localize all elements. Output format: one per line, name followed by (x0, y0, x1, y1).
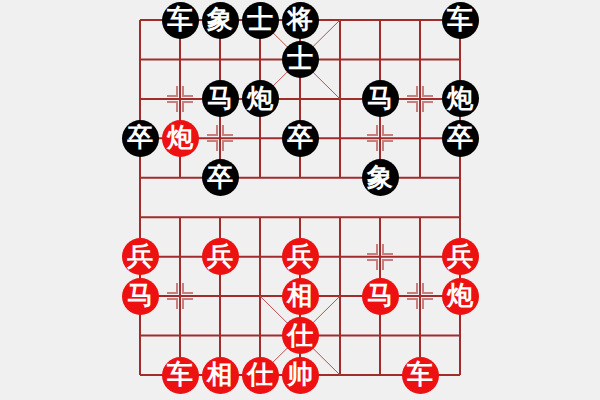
piece-black-horse[interactable]: 马 (202, 80, 239, 117)
star-point-corner (422, 101, 433, 112)
piece-red-soldier[interactable]: 兵 (442, 238, 479, 275)
piece-black-general[interactable]: 将 (282, 2, 319, 39)
piece-red-soldier[interactable]: 兵 (122, 238, 159, 275)
star-point-corner (167, 101, 178, 112)
star-point-corner (367, 125, 378, 136)
piece-red-elephant[interactable]: 相 (282, 278, 319, 315)
xiangqi-board: 车象士将车士马炮马炮卒炮卒卒卒象兵兵兵兵马相马炮仕车相仕帅车 (0, 0, 600, 400)
piece-black-advisor[interactable]: 士 (242, 2, 279, 39)
star-point-corner (182, 86, 193, 97)
piece-red-horse[interactable]: 马 (362, 278, 399, 315)
piece-black-soldier[interactable]: 卒 (442, 120, 479, 157)
star-point-corner (207, 140, 218, 151)
star-point-corner (382, 259, 393, 270)
piece-black-advisor[interactable]: 士 (282, 41, 319, 78)
piece-red-cannon[interactable]: 炮 (442, 278, 479, 315)
star-point-corner (207, 125, 218, 136)
star-point-marker (207, 125, 233, 151)
star-point-corner (367, 259, 378, 270)
piece-black-soldier[interactable]: 卒 (202, 159, 239, 196)
star-point-corner (367, 140, 378, 151)
star-point-corner (422, 283, 433, 294)
piece-red-advisor[interactable]: 仕 (282, 317, 319, 354)
star-point-corner (422, 298, 433, 309)
piece-black-chariot[interactable]: 车 (162, 2, 199, 39)
star-point-corner (422, 86, 433, 97)
star-point-corner (407, 86, 418, 97)
star-point-corner (382, 244, 393, 255)
piece-red-horse[interactable]: 马 (122, 278, 159, 315)
piece-red-general[interactable]: 帅 (282, 357, 319, 394)
star-point-marker (167, 283, 193, 309)
star-point-corner (222, 125, 233, 136)
star-point-marker (407, 86, 433, 112)
star-point-marker (407, 283, 433, 309)
xiangqi-app: { "game": "xiangqi (Chinese chess)", "bo… (0, 0, 600, 400)
piece-red-chariot[interactable]: 车 (402, 357, 439, 394)
piece-black-soldier[interactable]: 卒 (122, 120, 159, 157)
piece-black-elephant[interactable]: 象 (202, 2, 239, 39)
star-point-corner (167, 298, 178, 309)
star-point-corner (367, 244, 378, 255)
star-point-corner (182, 298, 193, 309)
star-point-corner (407, 101, 418, 112)
star-point-corner (167, 283, 178, 294)
piece-red-advisor[interactable]: 仕 (242, 357, 279, 394)
star-point-corner (222, 140, 233, 151)
piece-black-cannon[interactable]: 炮 (442, 80, 479, 117)
piece-black-elephant[interactable]: 象 (362, 159, 399, 196)
piece-red-soldier[interactable]: 兵 (282, 238, 319, 275)
piece-black-cannon[interactable]: 炮 (242, 80, 279, 117)
star-point-corner (382, 125, 393, 136)
star-point-marker (367, 244, 393, 270)
piece-red-cannon[interactable]: 炮 (162, 120, 199, 157)
piece-red-soldier[interactable]: 兵 (202, 238, 239, 275)
piece-black-horse[interactable]: 马 (362, 80, 399, 117)
star-point-corner (407, 283, 418, 294)
piece-red-chariot[interactable]: 车 (162, 357, 199, 394)
star-point-corner (182, 283, 193, 294)
star-point-corner (182, 101, 193, 112)
star-point-marker (367, 125, 393, 151)
star-point-marker (167, 86, 193, 112)
piece-red-elephant[interactable]: 相 (202, 357, 239, 394)
star-point-corner (407, 298, 418, 309)
piece-black-chariot[interactable]: 车 (442, 2, 479, 39)
star-point-corner (167, 86, 178, 97)
piece-black-soldier[interactable]: 卒 (282, 120, 319, 157)
star-point-corner (382, 140, 393, 151)
